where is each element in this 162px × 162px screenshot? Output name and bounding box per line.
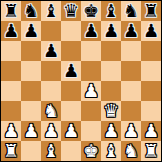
- piece-black-queen[interactable]: ♛: [63, 1, 79, 21]
- piece-white-bishop[interactable]: ♝: [43, 141, 59, 161]
- square-a1[interactable]: ♜: [1, 141, 21, 161]
- piece-white-pawn[interactable]: ♟: [23, 121, 39, 141]
- square-c8[interactable]: ♝: [41, 1, 61, 21]
- square-e7[interactable]: ♟: [81, 21, 101, 41]
- piece-black-pawn[interactable]: ♟: [103, 21, 119, 41]
- square-d5[interactable]: ♟: [61, 61, 81, 81]
- piece-white-rook[interactable]: ♜: [3, 141, 19, 161]
- piece-white-pawn[interactable]: ♟: [143, 121, 159, 141]
- square-b6[interactable]: [21, 41, 41, 61]
- square-g5[interactable]: [121, 61, 141, 81]
- square-d6[interactable]: [61, 41, 81, 61]
- piece-black-pawn[interactable]: ♟: [143, 21, 159, 41]
- piece-black-pawn[interactable]: ♟: [43, 41, 59, 61]
- piece-black-pawn[interactable]: ♟: [3, 21, 19, 41]
- piece-white-pawn[interactable]: ♟: [103, 121, 119, 141]
- square-e6[interactable]: [81, 41, 101, 61]
- piece-black-knight[interactable]: ♞: [123, 1, 139, 21]
- square-f7[interactable]: ♟: [101, 21, 121, 41]
- square-g4[interactable]: [121, 81, 141, 101]
- square-b3[interactable]: [21, 101, 41, 121]
- piece-black-king[interactable]: ♚: [83, 1, 99, 21]
- square-f6[interactable]: [101, 41, 121, 61]
- square-h6[interactable]: [141, 41, 161, 61]
- piece-black-pawn[interactable]: ♟: [83, 21, 99, 41]
- piece-black-pawn[interactable]: ♟: [63, 61, 79, 81]
- square-d2[interactable]: ♟: [61, 121, 81, 141]
- square-a7[interactable]: ♟: [1, 21, 21, 41]
- square-f1[interactable]: ♝: [101, 141, 121, 161]
- square-d8[interactable]: ♛: [61, 1, 81, 21]
- square-h3[interactable]: [141, 101, 161, 121]
- square-h8[interactable]: ♜: [141, 1, 161, 21]
- piece-black-bishop[interactable]: ♝: [103, 1, 119, 21]
- piece-white-knight[interactable]: ♞: [43, 101, 59, 121]
- square-c7[interactable]: [41, 21, 61, 41]
- square-e5[interactable]: [81, 61, 101, 81]
- square-f5[interactable]: [101, 61, 121, 81]
- square-g1[interactable]: ♞: [121, 141, 141, 161]
- square-h1[interactable]: ♜: [141, 141, 161, 161]
- square-g3[interactable]: [121, 101, 141, 121]
- square-d4[interactable]: [61, 81, 81, 101]
- square-c2[interactable]: ♟: [41, 121, 61, 141]
- square-f8[interactable]: ♝: [101, 1, 121, 21]
- square-c5[interactable]: [41, 61, 61, 81]
- piece-black-rook[interactable]: ♜: [3, 1, 19, 21]
- square-a5[interactable]: [1, 61, 21, 81]
- square-e4[interactable]: ♟: [81, 81, 101, 101]
- square-f3[interactable]: ♛: [101, 101, 121, 121]
- piece-white-bishop[interactable]: ♝: [103, 141, 119, 161]
- square-e1[interactable]: ♚: [81, 141, 101, 161]
- piece-white-rook[interactable]: ♜: [143, 141, 159, 161]
- square-b8[interactable]: ♞: [21, 1, 41, 21]
- square-a8[interactable]: ♜: [1, 1, 21, 21]
- square-d1[interactable]: [61, 141, 81, 161]
- square-f4[interactable]: [101, 81, 121, 101]
- piece-white-pawn[interactable]: ♟: [83, 81, 99, 101]
- square-d3[interactable]: [61, 101, 81, 121]
- square-h7[interactable]: ♟: [141, 21, 161, 41]
- square-e2[interactable]: [81, 121, 101, 141]
- square-a3[interactable]: [1, 101, 21, 121]
- chess-board: ♜♞♝♛♚♝♞♜♟♟♟♟♟♟♟♟♟♞♛♟♟♟♟♟♟♟♜♝♚♝♞♜: [0, 0, 162, 162]
- piece-black-knight[interactable]: ♞: [23, 1, 39, 21]
- square-c6[interactable]: ♟: [41, 41, 61, 61]
- square-d7[interactable]: [61, 21, 81, 41]
- square-c3[interactable]: ♞: [41, 101, 61, 121]
- piece-white-king[interactable]: ♚: [83, 141, 99, 161]
- square-g8[interactable]: ♞: [121, 1, 141, 21]
- piece-black-bishop[interactable]: ♝: [43, 1, 59, 21]
- square-g2[interactable]: ♟: [121, 121, 141, 141]
- piece-white-queen[interactable]: ♛: [103, 101, 119, 121]
- square-c1[interactable]: ♝: [41, 141, 61, 161]
- square-e8[interactable]: ♚: [81, 1, 101, 21]
- square-b4[interactable]: [21, 81, 41, 101]
- piece-white-pawn[interactable]: ♟: [43, 121, 59, 141]
- square-g7[interactable]: ♟: [121, 21, 141, 41]
- square-a4[interactable]: [1, 81, 21, 101]
- square-h2[interactable]: ♟: [141, 121, 161, 141]
- piece-white-pawn[interactable]: ♟: [123, 121, 139, 141]
- square-a2[interactable]: ♟: [1, 121, 21, 141]
- square-h4[interactable]: [141, 81, 161, 101]
- square-b7[interactable]: ♟: [21, 21, 41, 41]
- piece-black-pawn[interactable]: ♟: [123, 21, 139, 41]
- piece-white-knight[interactable]: ♞: [123, 141, 139, 161]
- square-b1[interactable]: [21, 141, 41, 161]
- square-h5[interactable]: [141, 61, 161, 81]
- square-f2[interactable]: ♟: [101, 121, 121, 141]
- square-a6[interactable]: [1, 41, 21, 61]
- piece-black-rook[interactable]: ♜: [143, 1, 159, 21]
- square-g6[interactable]: [121, 41, 141, 61]
- piece-white-pawn[interactable]: ♟: [63, 121, 79, 141]
- square-e3[interactable]: [81, 101, 101, 121]
- piece-black-pawn[interactable]: ♟: [23, 21, 39, 41]
- square-c4[interactable]: [41, 81, 61, 101]
- square-b5[interactable]: [21, 61, 41, 81]
- square-b2[interactable]: ♟: [21, 121, 41, 141]
- piece-white-pawn[interactable]: ♟: [3, 121, 19, 141]
